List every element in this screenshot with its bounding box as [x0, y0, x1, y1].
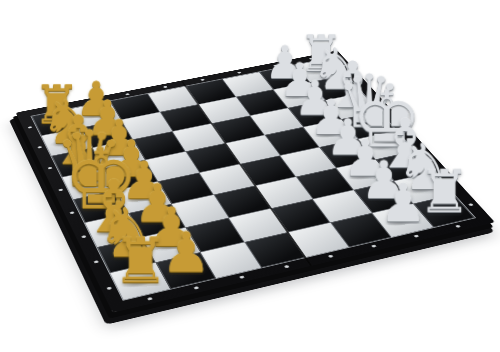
magnet-dot-icon [193, 286, 199, 290]
magnet-dot-icon [81, 235, 86, 238]
square-h1: ♜ [110, 262, 170, 299]
magnet-dot-icon [200, 79, 205, 81]
square-d4 [186, 143, 240, 172]
product-photo-scene: Magnetic folding travel chess set photog… [0, 0, 500, 352]
magnet-dot-icon [93, 260, 98, 263]
magnet-dot-icon [283, 265, 289, 268]
magnet-dot-icon [28, 126, 33, 129]
magnet-dot-icon [239, 276, 245, 279]
magnet-dot-icon [47, 166, 52, 169]
chess-board: ♜♟♟♜♞♟♟♞♝♟♟♝♛♟♟♛♚♟♟♚♝♟♟♝♞♟♟♞♜♟♟♜ [16, 50, 495, 312]
magnet-dot-icon [371, 245, 377, 248]
magnet-dot-icon [327, 255, 333, 258]
magnet-dot-icon [106, 286, 112, 290]
magnet-dot-icon [413, 235, 419, 238]
magnet-dot-icon [37, 146, 42, 149]
board-grid: ♜♟♟♜♞♟♟♞♝♟♟♝♛♟♟♛♚♟♟♚♝♟♟♝♞♟♟♞♜♟♟♜ [32, 58, 475, 300]
magnet-dot-icon [237, 72, 242, 74]
board-frame: ♜♟♟♜♞♟♟♞♝♟♟♝♛♟♟♛♚♟♟♚♝♟♟♝♞♟♟♞♜♟♟♜ [16, 50, 495, 312]
magnet-dot-icon [58, 188, 63, 191]
magnet-dot-icon [455, 225, 461, 228]
magnet-dot-icon [147, 297, 153, 301]
magnet-dot-icon [163, 86, 168, 88]
magnet-dot-icon [69, 211, 74, 214]
